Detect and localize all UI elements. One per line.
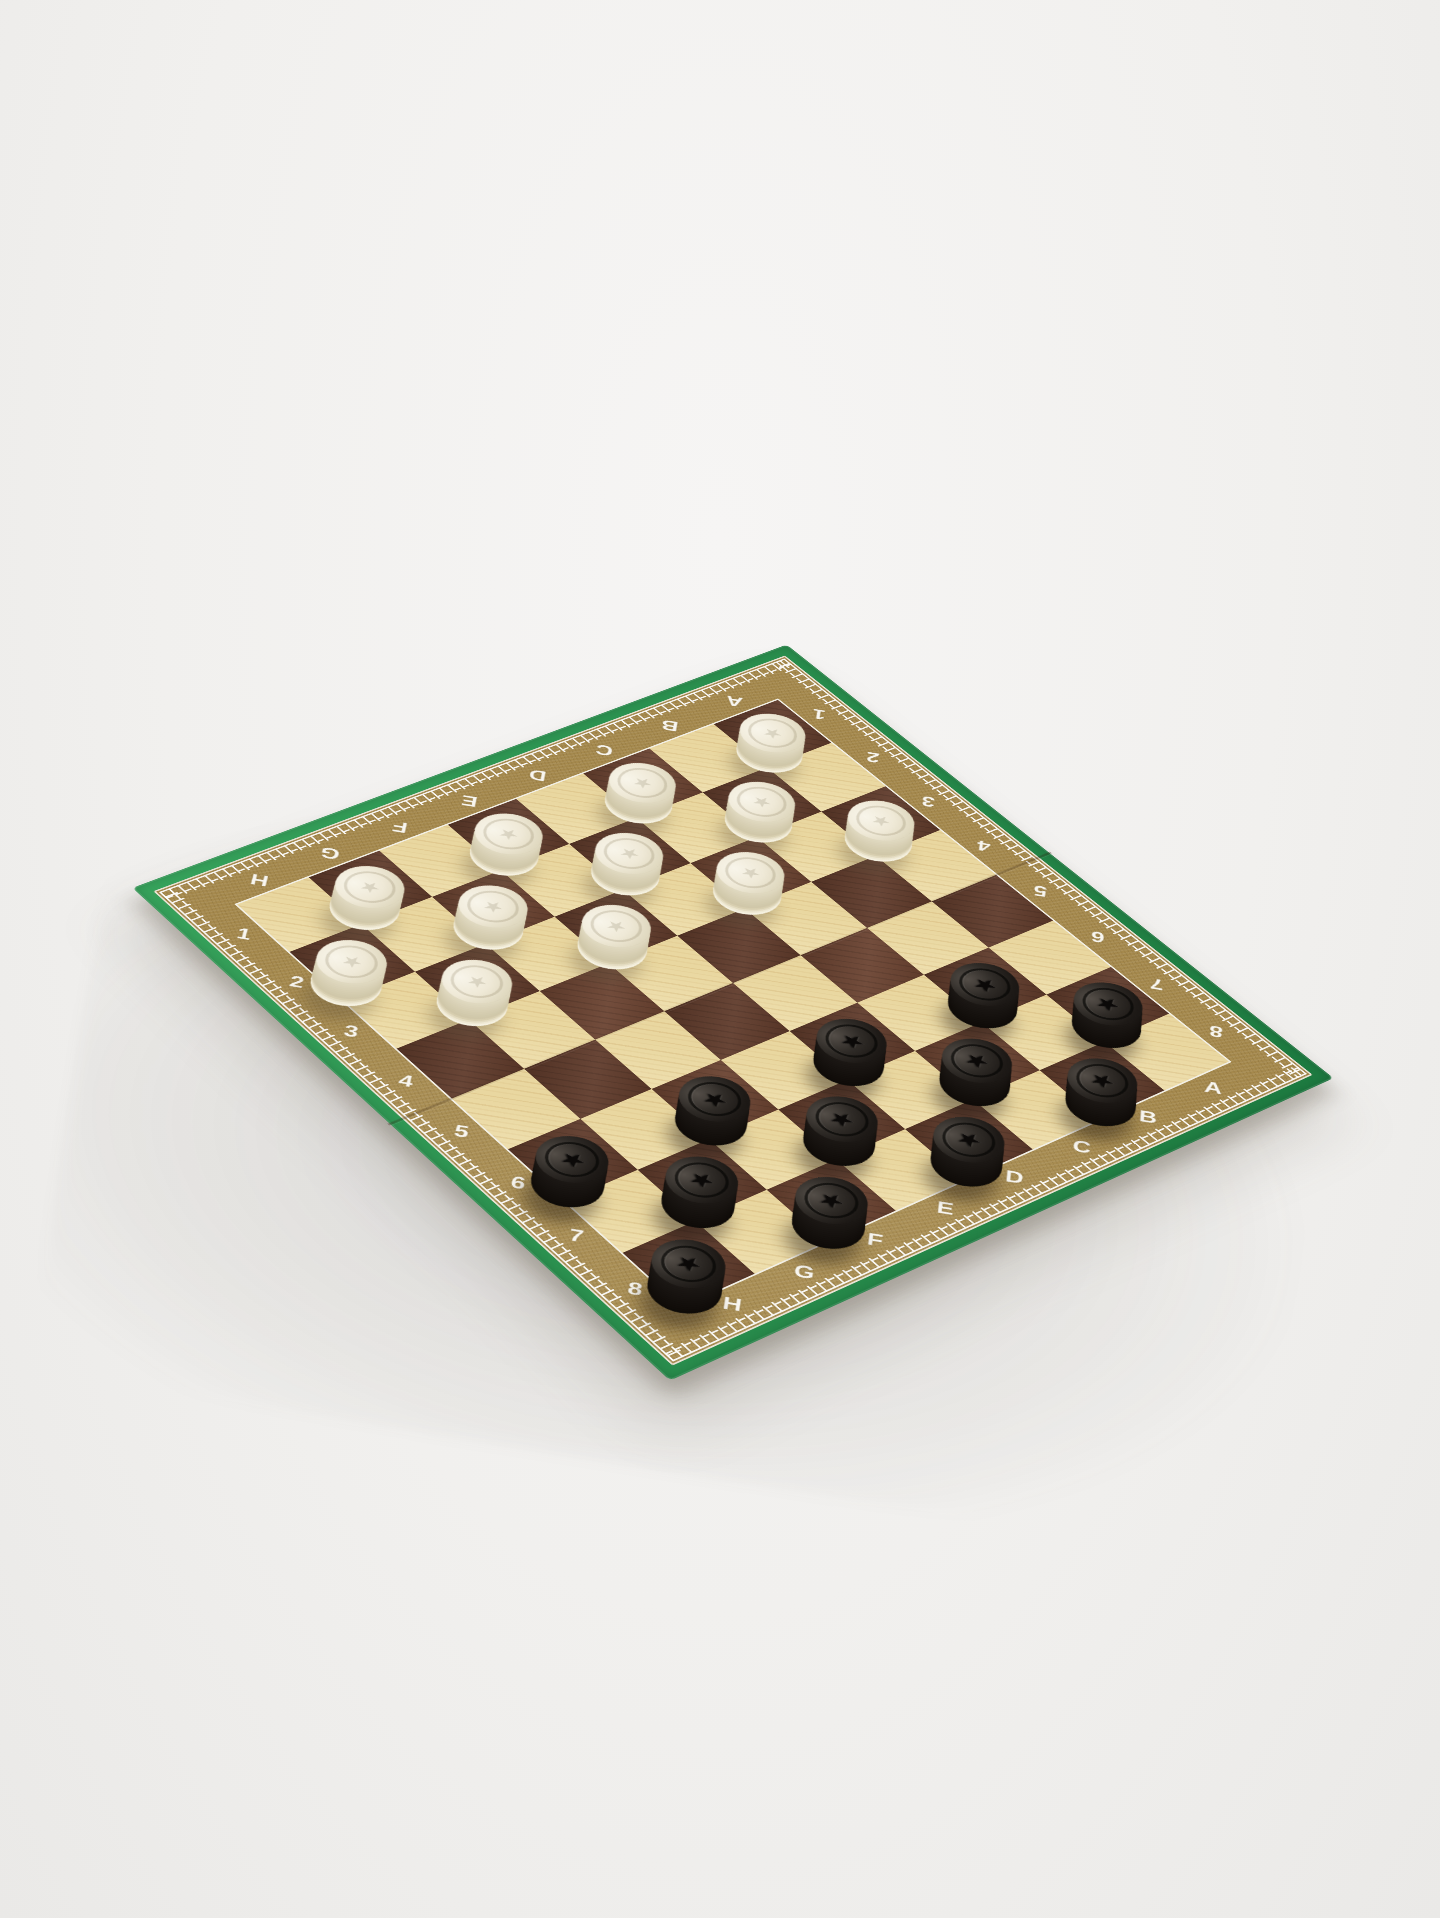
coordinate-label-text: 8 bbox=[1209, 1023, 1223, 1040]
coordinate-label-text: H bbox=[721, 1294, 743, 1314]
coordinate-label-text: C bbox=[594, 742, 614, 758]
piece-emblem-star-icon: ★ bbox=[668, 1250, 708, 1277]
gold-frame: HGFEDCBA 12345678 HGFEDCBA 12345678 ★★★★… bbox=[153, 656, 1312, 1366]
piece-emblem-star-icon: ★ bbox=[734, 862, 767, 883]
coordinate-label-text: G bbox=[793, 1261, 816, 1281]
coordinate-label-text: 4 bbox=[976, 838, 991, 854]
coordinate-label-text: 6 bbox=[1091, 929, 1106, 946]
piece-emblem-star-icon: ★ bbox=[745, 792, 778, 812]
coordinate-label-text: A bbox=[725, 693, 744, 709]
coordinate-label-text: 3 bbox=[920, 793, 935, 809]
coordinate-label-text: E bbox=[936, 1198, 955, 1217]
coordinate-label-text: D bbox=[1004, 1167, 1024, 1186]
piece-emblem-star-icon: ★ bbox=[833, 1029, 872, 1054]
piece-emblem-star-icon: ★ bbox=[553, 1146, 593, 1172]
piece-emblem-star-icon: ★ bbox=[864, 811, 897, 831]
coordinate-label-text: 3 bbox=[342, 1022, 360, 1040]
piece-emblem-star-icon: ★ bbox=[460, 971, 494, 993]
coordinate-label-text: C bbox=[1072, 1137, 1092, 1156]
piece-emblem-star-icon: ★ bbox=[599, 915, 633, 936]
coordinate-label-text: D bbox=[527, 767, 547, 784]
piece-emblem-star-icon: ★ bbox=[949, 1127, 988, 1153]
coordinate-label-text: 2 bbox=[866, 750, 881, 766]
piece-emblem-star-icon: ★ bbox=[626, 773, 659, 793]
coordinate-label-text: B bbox=[1138, 1107, 1157, 1126]
coordinate-label-text: 7 bbox=[1149, 975, 1164, 992]
piece-emblem-star-icon: ★ bbox=[756, 724, 788, 743]
piece-emblem-star-icon: ★ bbox=[476, 896, 510, 917]
coordinate-label-text: B bbox=[660, 717, 679, 733]
coordinate-label-text: 1 bbox=[812, 707, 827, 722]
checkers-board: HGFEDCBA 12345678 HGFEDCBA 12345678 ★★★★… bbox=[132, 645, 1333, 1381]
coordinate-label-text: 6 bbox=[510, 1173, 528, 1192]
coordinate-label-text: 8 bbox=[626, 1279, 644, 1298]
playing-field: ★★★★★★★★★★★★★★★★★★★★★★★★ bbox=[234, 698, 1231, 1308]
piece-emblem-star-icon: ★ bbox=[966, 973, 1004, 997]
coordinate-label-text: F bbox=[866, 1230, 884, 1249]
coordinate-label-text: 1 bbox=[235, 925, 253, 942]
piece-emblem-star-icon: ★ bbox=[822, 1106, 861, 1132]
piece-emblem-star-icon: ★ bbox=[335, 951, 369, 973]
piece-emblem-star-icon: ★ bbox=[695, 1086, 734, 1111]
coordinate-label-text: E bbox=[460, 792, 479, 809]
piece-emblem-star-icon: ★ bbox=[682, 1167, 722, 1193]
piece-emblem-star-icon: ★ bbox=[353, 877, 387, 898]
coordinate-label-text: 7 bbox=[568, 1226, 586, 1245]
piece-emblem-star-icon: ★ bbox=[492, 824, 525, 845]
coordinate-label-text: 5 bbox=[453, 1122, 471, 1140]
piece-emblem-star-icon: ★ bbox=[811, 1187, 851, 1213]
piece-emblem-star-icon: ★ bbox=[1089, 992, 1127, 1016]
piece-emblem-star-icon: ★ bbox=[958, 1048, 997, 1073]
coordinate-label-text: 5 bbox=[1033, 883, 1048, 899]
coordinate-label-text: H bbox=[248, 871, 270, 888]
coordinate-label-text: F bbox=[391, 818, 409, 835]
coordinate-label-text: 4 bbox=[397, 1072, 415, 1090]
coordinate-label-text: G bbox=[319, 844, 342, 861]
piece-emblem-star-icon: ★ bbox=[613, 843, 646, 864]
coordinate-label-text: 2 bbox=[288, 973, 306, 990]
piece-emblem-star-icon: ★ bbox=[1083, 1068, 1122, 1093]
coordinate-label-text: A bbox=[1204, 1078, 1223, 1096]
